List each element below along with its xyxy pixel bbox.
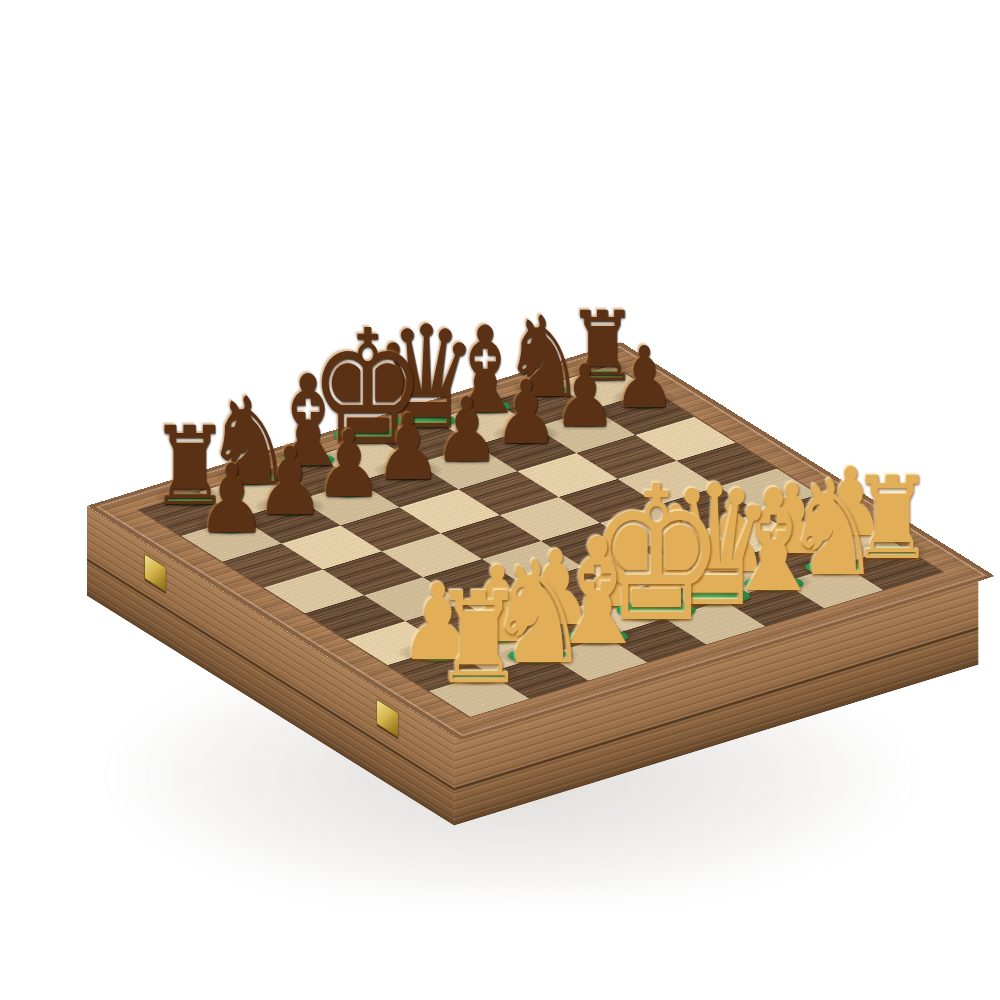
product-photo-stage: ♜♞♝♛♚♝♞♜♟♟♟♟♟♟♟♟♟♟♟♟♟♟♟♟♜♞♝♛♚♝♞♜	[0, 0, 1000, 1000]
square-h2[interactable]	[388, 647, 488, 691]
square-f1[interactable]	[547, 637, 647, 681]
square-g2[interactable]	[447, 629, 547, 673]
square-d3[interactable]	[582, 549, 682, 593]
square-d1[interactable]	[665, 600, 765, 644]
square-g4[interactable]	[364, 577, 464, 621]
square-e4[interactable]	[482, 541, 582, 585]
square-h6[interactable]	[222, 544, 322, 588]
square-h5[interactable]	[264, 569, 364, 613]
square-h3[interactable]	[346, 621, 446, 665]
square-f2[interactable]	[506, 611, 606, 655]
square-e2[interactable]	[565, 593, 665, 637]
square-b1[interactable]	[783, 564, 883, 608]
square-h1[interactable]	[429, 673, 529, 717]
square-g5[interactable]	[323, 551, 423, 595]
square-e3[interactable]	[523, 567, 623, 611]
square-f3[interactable]	[464, 585, 564, 629]
square-e1[interactable]	[606, 619, 706, 663]
square-c2[interactable]	[683, 557, 783, 601]
square-g3[interactable]	[405, 603, 505, 647]
square-b2[interactable]	[742, 538, 842, 582]
square-h4[interactable]	[305, 595, 405, 639]
square-d2[interactable]	[624, 575, 724, 619]
scene-3d	[0, 0, 1000, 1000]
square-g1[interactable]	[488, 655, 588, 699]
square-f4[interactable]	[423, 559, 523, 603]
square-a1[interactable]	[842, 546, 942, 590]
chess-box	[87, 342, 995, 740]
square-c1[interactable]	[724, 582, 824, 626]
